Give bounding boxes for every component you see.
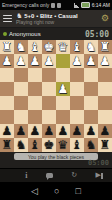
square-c6[interactable] (70, 110, 84, 124)
game-action-bar: i ↻ ▶ (0, 168, 112, 182)
game-title: 5+0 • Blitz • Casual (24, 13, 77, 19)
square-f3[interactable] (28, 68, 42, 82)
square-d4[interactable]: ♟ (56, 82, 70, 96)
notification-icon (51, 3, 55, 8)
opponent-player-bar: Anonymous 05:00 (0, 28, 112, 40)
piece-wB[interactable]: ♝ (70, 40, 84, 54)
nav-home-icon[interactable]: ○ (54, 187, 59, 196)
info-icon[interactable]: i (25, 172, 27, 179)
piece-wQ[interactable]: ♛ (56, 40, 70, 54)
square-h5[interactable] (0, 96, 14, 110)
piece-wP[interactable]: ♟ (42, 54, 56, 68)
piece-bB[interactable]: ♝ (70, 138, 84, 152)
square-e4[interactable] (42, 82, 56, 96)
chess-board[interactable]: ♜♞♝♚♛♝♞♜♟♟♟♟♟♟♟♟♟♟♟♟♟♟♟♟♜♞♝♚♛♝♞♜ (0, 40, 112, 152)
forward-icon[interactable]: ▶ (95, 172, 102, 179)
square-f2[interactable]: ♟ (28, 54, 42, 68)
square-d3[interactable] (56, 68, 70, 82)
piece-bN[interactable]: ♞ (14, 138, 28, 152)
piece-wK[interactable]: ♚ (42, 40, 56, 54)
square-f5[interactable] (28, 96, 42, 110)
square-e6[interactable] (42, 110, 56, 124)
piece-bQ[interactable]: ♛ (56, 138, 70, 152)
opponent-name[interactable]: Anonymous (9, 31, 41, 37)
square-f1[interactable]: ♝ (28, 40, 42, 54)
square-a5[interactable] (98, 96, 112, 110)
square-g6[interactable] (14, 110, 28, 124)
square-d1[interactable]: ♛ (56, 40, 70, 54)
piece-bK[interactable]: ♚ (42, 138, 56, 152)
piece-wN[interactable]: ♞ (84, 40, 98, 54)
square-h6[interactable] (0, 110, 14, 124)
square-b7[interactable]: ♟ (84, 124, 98, 138)
piece-bP[interactable]: ♟ (84, 124, 98, 138)
square-d7[interactable]: ♟ (56, 124, 70, 138)
chat-icon[interactable] (46, 173, 53, 178)
square-b2[interactable]: ♟ (84, 54, 98, 68)
square-e7[interactable]: ♟ (42, 124, 56, 138)
square-g8[interactable]: ♞ (14, 138, 28, 152)
piece-bP[interactable]: ♟ (0, 124, 14, 138)
square-c2[interactable]: ♟ (70, 54, 84, 68)
square-b6[interactable] (84, 110, 98, 124)
toolbar: ♞ 5+0 • Blitz • Casual Playing right now… (0, 10, 112, 28)
square-h7[interactable]: ♟ (0, 124, 14, 138)
square-h2[interactable]: ♟ (0, 54, 14, 68)
piece-wR[interactable]: ♜ (98, 40, 112, 54)
status-time: 6:14 AM (92, 2, 110, 8)
piece-bP[interactable]: ♟ (42, 124, 56, 138)
piece-bP[interactable]: ♟ (14, 124, 28, 138)
square-a4[interactable] (98, 82, 112, 96)
square-e2[interactable]: ♟ (42, 54, 56, 68)
game-status-toast: You play the black pieces (14, 153, 98, 160)
square-e8[interactable]: ♚ (42, 138, 56, 152)
square-e3[interactable] (42, 68, 56, 82)
square-f8[interactable]: ♝ (28, 138, 42, 152)
opponent-clock: 05:00 (85, 30, 109, 39)
nav-recents-icon[interactable]: □ (75, 187, 80, 196)
online-dot-icon (3, 32, 7, 36)
piece-bP[interactable]: ♟ (70, 124, 84, 138)
square-a8[interactable]: ♜ (98, 138, 112, 152)
menu-hamburger-icon[interactable] (3, 15, 12, 23)
square-b8[interactable]: ♞ (84, 138, 98, 152)
battery-icon (81, 2, 90, 8)
square-a1[interactable]: ♜ (98, 40, 112, 54)
square-d6[interactable] (56, 110, 70, 124)
signal-icon (74, 3, 79, 8)
square-b5[interactable] (84, 96, 98, 110)
piece-wP[interactable]: ♟ (84, 54, 98, 68)
square-a7[interactable]: ♟ (98, 124, 112, 138)
square-d5[interactable] (56, 96, 70, 110)
piece-wR[interactable]: ♜ (0, 40, 14, 54)
square-c1[interactable]: ♝ (70, 40, 84, 54)
piece-bN[interactable]: ♞ (84, 138, 98, 152)
square-h8[interactable]: ♜ (0, 138, 14, 152)
game-status-text: You play the black pieces (28, 154, 84, 160)
square-c5[interactable] (70, 96, 84, 110)
square-e1[interactable]: ♚ (42, 40, 56, 54)
square-a3[interactable] (98, 68, 112, 82)
square-g3[interactable] (14, 68, 28, 82)
square-d2[interactable] (56, 54, 70, 68)
piece-wN[interactable]: ♞ (14, 40, 28, 54)
square-g2[interactable]: ♟ (14, 54, 28, 68)
square-g5[interactable] (14, 96, 28, 110)
usb-icon (57, 3, 61, 8)
square-b3[interactable] (84, 68, 98, 82)
square-f6[interactable] (28, 110, 42, 124)
square-b1[interactable]: ♞ (84, 40, 98, 54)
square-c3[interactable] (70, 68, 84, 82)
settings-gear-icon[interactable]: ⚙ (101, 14, 109, 23)
square-a2[interactable]: ♟ (98, 54, 112, 68)
square-b4[interactable] (84, 82, 98, 96)
game-subtitle: Playing right now (16, 19, 99, 25)
square-c7[interactable]: ♟ (70, 124, 84, 138)
square-c4[interactable] (70, 82, 84, 96)
player-clock: 05:00 (88, 159, 109, 167)
square-f7[interactable]: ♟ (28, 124, 42, 138)
speed-knight-icon: ♞ (16, 12, 22, 19)
square-g1[interactable]: ♞ (14, 40, 28, 54)
piece-wP[interactable]: ♟ (70, 54, 84, 68)
nav-back-icon[interactable]: ◁ (31, 187, 38, 196)
square-d8[interactable]: ♛ (56, 138, 70, 152)
square-c8[interactable]: ♝ (70, 138, 84, 152)
piece-bP[interactable]: ♟ (56, 124, 70, 138)
piece-bB[interactable]: ♝ (28, 138, 42, 152)
piece-wP[interactable]: ♟ (56, 82, 70, 96)
square-g4[interactable] (14, 82, 28, 96)
piece-bP[interactable]: ♟ (28, 124, 42, 138)
piece-bP[interactable]: ♟ (98, 124, 112, 138)
underboard-area: You play the black pieces 05:00 (0, 152, 112, 168)
square-e5[interactable] (42, 96, 56, 110)
piece-wP[interactable]: ♟ (98, 54, 112, 68)
square-g7[interactable]: ♟ (14, 124, 28, 138)
square-h1[interactable]: ♜ (0, 40, 14, 54)
square-a6[interactable] (98, 110, 112, 124)
rematch-refresh-icon[interactable]: ↻ (71, 172, 77, 179)
piece-wB[interactable]: ♝ (28, 40, 42, 54)
square-h4[interactable] (0, 82, 14, 96)
app-screen: Emergency calls only 6:14 AM ♞ 5+0 • Bli… (0, 0, 112, 200)
square-h3[interactable] (0, 68, 14, 82)
carrier-text: Emergency calls only (2, 2, 49, 8)
piece-wP[interactable]: ♟ (0, 54, 14, 68)
square-f4[interactable] (28, 82, 42, 96)
piece-bR[interactable]: ♜ (98, 138, 112, 152)
piece-wP[interactable]: ♟ (14, 54, 28, 68)
android-status-bar: Emergency calls only 6:14 AM (0, 0, 112, 10)
android-nav-bar: ◁ ○ □ (0, 182, 112, 200)
piece-bR[interactable]: ♜ (0, 138, 14, 152)
piece-wP[interactable]: ♟ (28, 54, 42, 68)
